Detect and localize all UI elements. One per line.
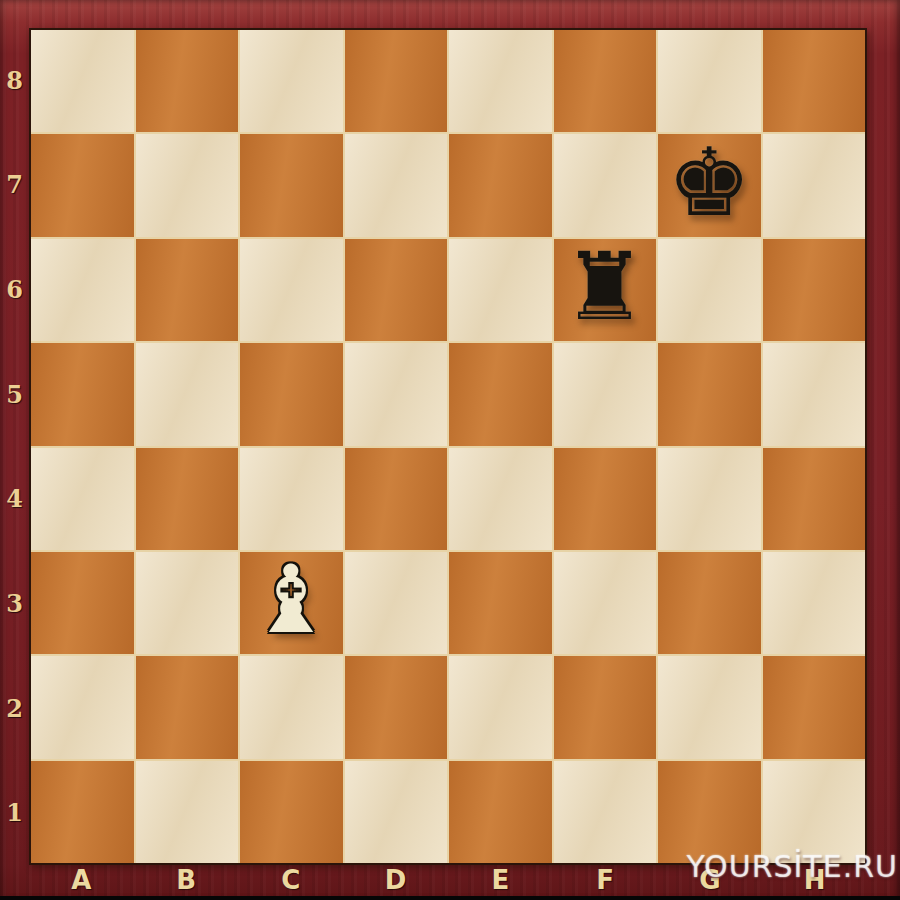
square-f7[interactable] bbox=[554, 134, 657, 236]
square-c7[interactable] bbox=[240, 134, 343, 236]
square-h8[interactable] bbox=[763, 30, 866, 132]
square-a5[interactable] bbox=[31, 343, 134, 445]
file-label-d: D bbox=[343, 863, 448, 896]
square-c5[interactable] bbox=[240, 343, 343, 445]
square-d4[interactable] bbox=[345, 448, 448, 550]
square-g6[interactable] bbox=[658, 239, 761, 341]
square-g5[interactable] bbox=[658, 343, 761, 445]
chessboard: ♚♜♝ bbox=[29, 28, 867, 865]
rank-label-4: 4 bbox=[0, 447, 29, 552]
square-b3[interactable] bbox=[136, 552, 239, 654]
square-h6[interactable] bbox=[763, 239, 866, 341]
square-b2[interactable] bbox=[136, 656, 239, 758]
square-c4[interactable] bbox=[240, 448, 343, 550]
file-label-f: F bbox=[553, 863, 658, 896]
file-label-b: B bbox=[134, 863, 239, 896]
square-d1[interactable] bbox=[345, 761, 448, 863]
square-g2[interactable] bbox=[658, 656, 761, 758]
square-g4[interactable] bbox=[658, 448, 761, 550]
square-d5[interactable] bbox=[345, 343, 448, 445]
square-h7[interactable] bbox=[763, 134, 866, 236]
square-a1[interactable] bbox=[31, 761, 134, 863]
square-c3[interactable]: ♝ bbox=[240, 552, 343, 654]
square-h3[interactable] bbox=[763, 552, 866, 654]
square-a6[interactable] bbox=[31, 239, 134, 341]
square-f8[interactable] bbox=[554, 30, 657, 132]
piece-white-bishop[interactable]: ♝ bbox=[249, 553, 333, 647]
square-f5[interactable] bbox=[554, 343, 657, 445]
square-e2[interactable] bbox=[449, 656, 552, 758]
rank-label-1: 1 bbox=[0, 760, 29, 865]
square-b8[interactable] bbox=[136, 30, 239, 132]
rank-label-2: 2 bbox=[0, 656, 29, 761]
square-h5[interactable] bbox=[763, 343, 866, 445]
square-e5[interactable] bbox=[449, 343, 552, 445]
square-b6[interactable] bbox=[136, 239, 239, 341]
square-b4[interactable] bbox=[136, 448, 239, 550]
square-c8[interactable] bbox=[240, 30, 343, 132]
square-g1[interactable] bbox=[658, 761, 761, 863]
square-a3[interactable] bbox=[31, 552, 134, 654]
square-d7[interactable] bbox=[345, 134, 448, 236]
square-d8[interactable] bbox=[345, 30, 448, 132]
square-g8[interactable] bbox=[658, 30, 761, 132]
board-frame: 87654321 ♚♜♝ ABCDEFGH YOURSİTE.RU bbox=[0, 0, 900, 900]
square-h4[interactable] bbox=[763, 448, 866, 550]
rank-label-7: 7 bbox=[0, 133, 29, 238]
rank-label-3: 3 bbox=[0, 551, 29, 656]
square-h1[interactable] bbox=[763, 761, 866, 863]
rank-label-6: 6 bbox=[0, 237, 29, 342]
file-label-e: E bbox=[448, 863, 553, 896]
square-h2[interactable] bbox=[763, 656, 866, 758]
file-label-a: A bbox=[29, 863, 134, 896]
square-f6[interactable]: ♜ bbox=[554, 239, 657, 341]
square-b7[interactable] bbox=[136, 134, 239, 236]
square-f3[interactable] bbox=[554, 552, 657, 654]
piece-black-king[interactable]: ♚ bbox=[667, 136, 751, 230]
square-e7[interactable] bbox=[449, 134, 552, 236]
square-c2[interactable] bbox=[240, 656, 343, 758]
square-e8[interactable] bbox=[449, 30, 552, 132]
square-a8[interactable] bbox=[31, 30, 134, 132]
square-b1[interactable] bbox=[136, 761, 239, 863]
square-c6[interactable] bbox=[240, 239, 343, 341]
square-e3[interactable] bbox=[449, 552, 552, 654]
square-e1[interactable] bbox=[449, 761, 552, 863]
square-d2[interactable] bbox=[345, 656, 448, 758]
square-a2[interactable] bbox=[31, 656, 134, 758]
square-f1[interactable] bbox=[554, 761, 657, 863]
bottom-edge-strip bbox=[0, 896, 900, 900]
square-d3[interactable] bbox=[345, 552, 448, 654]
square-d6[interactable] bbox=[345, 239, 448, 341]
rank-labels-column: 87654321 bbox=[0, 28, 29, 865]
rank-label-8: 8 bbox=[0, 28, 29, 133]
square-e4[interactable] bbox=[449, 448, 552, 550]
watermark-text: YOURSİTE.RU bbox=[686, 849, 898, 884]
rank-label-5: 5 bbox=[0, 342, 29, 447]
square-f2[interactable] bbox=[554, 656, 657, 758]
square-e6[interactable] bbox=[449, 239, 552, 341]
square-c1[interactable] bbox=[240, 761, 343, 863]
piece-black-rook[interactable]: ♜ bbox=[563, 240, 647, 334]
square-g7[interactable]: ♚ bbox=[658, 134, 761, 236]
square-f4[interactable] bbox=[554, 448, 657, 550]
square-a7[interactable] bbox=[31, 134, 134, 236]
square-b5[interactable] bbox=[136, 343, 239, 445]
square-a4[interactable] bbox=[31, 448, 134, 550]
square-g3[interactable] bbox=[658, 552, 761, 654]
file-label-c: C bbox=[239, 863, 344, 896]
